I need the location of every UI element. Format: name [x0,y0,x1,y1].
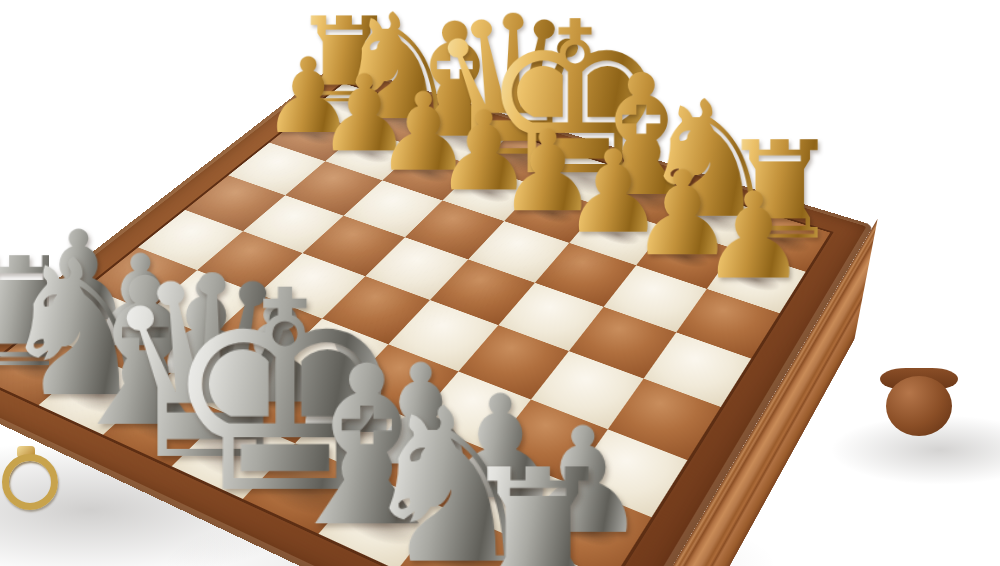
drawer-ring-handle[interactable] [2,446,48,498]
chess-board: ♜♞♝♛♚♝♞♜♟♟♟♟♟♟♟♟♟♟♟♟♟♟♟♟♜♞♝♛♚♝♞♜ [0,63,874,566]
board-wooden-frame: ♜♞♝♛♚♝♞♜♟♟♟♟♟♟♟♟♟♟♟♟♟♟♟♟♜♞♝♛♚♝♞♜ [0,63,874,566]
bun-foot [886,376,952,436]
chess-set-photo: ♜♞♝♛♚♝♞♜♟♟♟♟♟♟♟♟♟♟♟♟♟♟♟♟♜♞♝♛♚♝♞♜ [0,0,1000,566]
ring-pull-icon [2,454,58,510]
piece-white-rook-h1[interactable]: ♜ [458,446,619,566]
